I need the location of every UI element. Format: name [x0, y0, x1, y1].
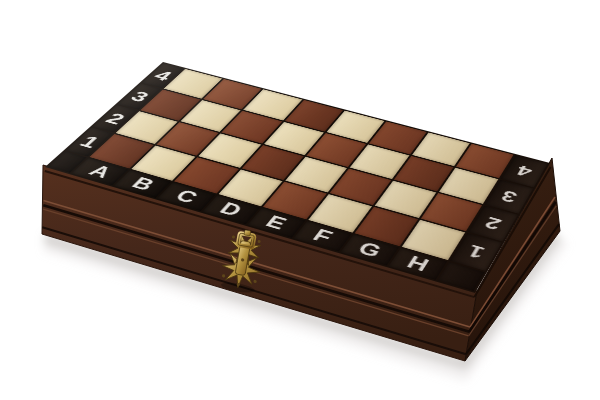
chess-box-scene: 44332211ABCDEFGH — [0, 0, 600, 400]
